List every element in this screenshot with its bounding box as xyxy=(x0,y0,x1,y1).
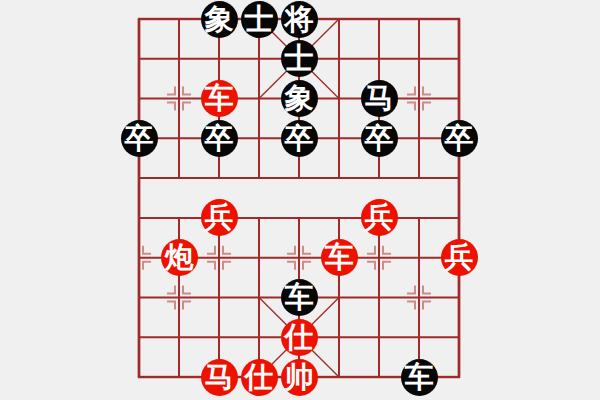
piece-black-advisor[interactable]: 士 xyxy=(281,40,318,77)
piece-red-soldier[interactable]: 兵 xyxy=(201,199,238,236)
piece-black-soldier[interactable]: 卒 xyxy=(361,120,398,157)
piece-red-advisor[interactable]: 仕 xyxy=(281,319,318,356)
piece-red-chariot[interactable]: 车 xyxy=(201,80,238,117)
piece-black-general[interactable]: 将 xyxy=(281,1,318,38)
piece-black-elephant[interactable]: 象 xyxy=(201,1,238,38)
piece-red-horse[interactable]: 马 xyxy=(201,359,238,396)
piece-black-soldier[interactable]: 卒 xyxy=(441,120,478,157)
piece-red-chariot[interactable]: 车 xyxy=(321,239,358,276)
piece-black-soldier[interactable]: 卒 xyxy=(121,120,158,157)
xiangqi-board: 象士将士车象马卒卒卒卒卒兵兵炮车兵车仕马仕帅车 xyxy=(0,0,600,400)
piece-black-advisor[interactable]: 士 xyxy=(241,1,278,38)
piece-black-soldier[interactable]: 卒 xyxy=(201,120,238,157)
piece-red-cannon[interactable]: 炮 xyxy=(161,239,198,276)
piece-black-chariot[interactable]: 车 xyxy=(401,359,438,396)
piece-red-advisor[interactable]: 仕 xyxy=(241,359,278,396)
piece-black-chariot[interactable]: 车 xyxy=(281,279,318,316)
piece-red-general[interactable]: 帅 xyxy=(281,359,318,396)
piece-black-elephant[interactable]: 象 xyxy=(281,80,318,117)
piece-red-soldier[interactable]: 兵 xyxy=(361,199,398,236)
piece-black-horse[interactable]: 马 xyxy=(361,80,398,117)
piece-black-soldier[interactable]: 卒 xyxy=(281,120,318,157)
piece-red-soldier[interactable]: 兵 xyxy=(441,239,478,276)
